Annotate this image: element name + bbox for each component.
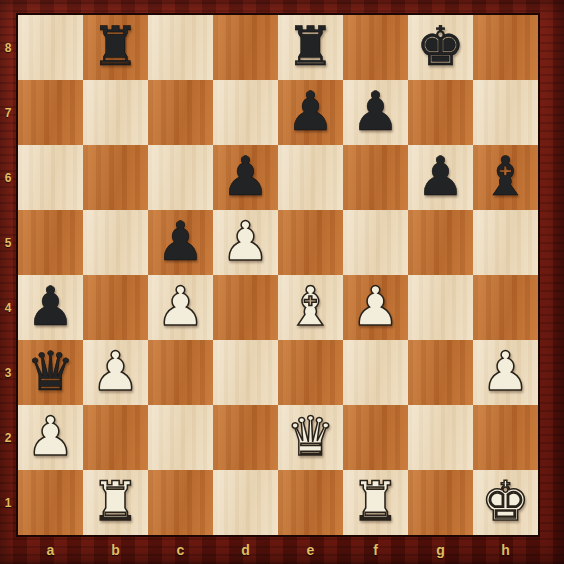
- square-h2[interactable]: [473, 405, 538, 470]
- square-d6[interactable]: ♟: [213, 145, 278, 210]
- square-g8[interactable]: ♚: [408, 15, 473, 80]
- square-c1[interactable]: [148, 470, 213, 535]
- square-e1[interactable]: [278, 470, 343, 535]
- piece-black-pawn: ♟: [278, 80, 343, 145]
- square-h5[interactable]: [473, 210, 538, 275]
- square-a3[interactable]: ♛: [18, 340, 83, 405]
- square-g1[interactable]: [408, 470, 473, 535]
- square-h1[interactable]: ♚: [473, 470, 538, 535]
- square-f3[interactable]: [343, 340, 408, 405]
- rank-label-3: 3: [0, 340, 16, 405]
- piece-white-rook: ♜: [343, 470, 408, 535]
- square-f4[interactable]: ♟: [343, 275, 408, 340]
- square-h8[interactable]: [473, 15, 538, 80]
- square-d7[interactable]: [213, 80, 278, 145]
- piece-black-queen: ♛: [18, 340, 83, 405]
- square-d1[interactable]: [213, 470, 278, 535]
- file-label-e: e: [278, 538, 343, 562]
- square-b1[interactable]: ♜: [83, 470, 148, 535]
- square-b5[interactable]: [83, 210, 148, 275]
- square-c6[interactable]: [148, 145, 213, 210]
- square-d8[interactable]: [213, 15, 278, 80]
- piece-white-pawn: ♟: [148, 275, 213, 340]
- square-g2[interactable]: [408, 405, 473, 470]
- file-label-h: h: [473, 538, 538, 562]
- piece-white-pawn: ♟: [18, 405, 83, 470]
- piece-black-pawn: ♟: [343, 80, 408, 145]
- square-e2[interactable]: ♛: [278, 405, 343, 470]
- square-b3[interactable]: ♟: [83, 340, 148, 405]
- piece-white-king: ♚: [473, 470, 538, 535]
- square-a6[interactable]: [18, 145, 83, 210]
- file-label-b: b: [83, 538, 148, 562]
- square-h3[interactable]: ♟: [473, 340, 538, 405]
- square-e8[interactable]: ♜: [278, 15, 343, 80]
- square-f5[interactable]: [343, 210, 408, 275]
- square-b4[interactable]: [83, 275, 148, 340]
- piece-white-bishop: ♝: [278, 275, 343, 340]
- square-d5[interactable]: ♟: [213, 210, 278, 275]
- square-e5[interactable]: [278, 210, 343, 275]
- square-f1[interactable]: ♜: [343, 470, 408, 535]
- rank-label-4: 4: [0, 275, 16, 340]
- square-b7[interactable]: [83, 80, 148, 145]
- square-e6[interactable]: [278, 145, 343, 210]
- rank-label-7: 7: [0, 80, 16, 145]
- chess-board: ♜♜♚♟♟♟♟♝♟♟♟♟♝♟♛♟♟♟♛♜♜♚: [16, 13, 540, 537]
- piece-black-pawn: ♟: [408, 145, 473, 210]
- square-a2[interactable]: ♟: [18, 405, 83, 470]
- square-g6[interactable]: ♟: [408, 145, 473, 210]
- square-e4[interactable]: ♝: [278, 275, 343, 340]
- file-label-g: g: [408, 538, 473, 562]
- square-c5[interactable]: ♟: [148, 210, 213, 275]
- board-frame: 87654321 abcdefgh ♜♜♚♟♟♟♟♝♟♟♟♟♝♟♛♟♟♟♛♜♜♚: [0, 0, 564, 564]
- square-c7[interactable]: [148, 80, 213, 145]
- rank-label-5: 5: [0, 210, 16, 275]
- square-g7[interactable]: [408, 80, 473, 145]
- square-a8[interactable]: [18, 15, 83, 80]
- rank-labels: 87654321: [0, 15, 16, 535]
- square-b6[interactable]: [83, 145, 148, 210]
- file-label-d: d: [213, 538, 278, 562]
- piece-black-rook: ♜: [278, 15, 343, 80]
- piece-white-rook: ♜: [83, 470, 148, 535]
- square-c8[interactable]: [148, 15, 213, 80]
- square-h6[interactable]: ♝: [473, 145, 538, 210]
- square-c3[interactable]: [148, 340, 213, 405]
- file-label-f: f: [343, 538, 408, 562]
- piece-black-pawn: ♟: [148, 210, 213, 275]
- square-d4[interactable]: [213, 275, 278, 340]
- square-c2[interactable]: [148, 405, 213, 470]
- square-a1[interactable]: [18, 470, 83, 535]
- square-c4[interactable]: ♟: [148, 275, 213, 340]
- piece-black-pawn: ♟: [213, 145, 278, 210]
- square-g3[interactable]: [408, 340, 473, 405]
- piece-white-pawn: ♟: [213, 210, 278, 275]
- square-f2[interactable]: [343, 405, 408, 470]
- rank-label-2: 2: [0, 405, 16, 470]
- square-h7[interactable]: [473, 80, 538, 145]
- square-e3[interactable]: [278, 340, 343, 405]
- square-h4[interactable]: [473, 275, 538, 340]
- square-d3[interactable]: [213, 340, 278, 405]
- piece-white-pawn: ♟: [83, 340, 148, 405]
- piece-black-rook: ♜: [83, 15, 148, 80]
- square-a4[interactable]: ♟: [18, 275, 83, 340]
- square-b2[interactable]: [83, 405, 148, 470]
- file-labels: abcdefgh: [18, 538, 538, 562]
- square-a7[interactable]: [18, 80, 83, 145]
- square-a5[interactable]: [18, 210, 83, 275]
- square-b8[interactable]: ♜: [83, 15, 148, 80]
- square-e7[interactable]: ♟: [278, 80, 343, 145]
- square-f7[interactable]: ♟: [343, 80, 408, 145]
- piece-white-pawn: ♟: [343, 275, 408, 340]
- piece-white-queen: ♛: [278, 405, 343, 470]
- piece-black-king: ♚: [408, 15, 473, 80]
- square-f6[interactable]: [343, 145, 408, 210]
- square-f8[interactable]: [343, 15, 408, 80]
- piece-black-pawn: ♟: [18, 275, 83, 340]
- square-d2[interactable]: [213, 405, 278, 470]
- rank-label-8: 8: [0, 15, 16, 80]
- square-g5[interactable]: [408, 210, 473, 275]
- rank-label-6: 6: [0, 145, 16, 210]
- file-label-a: a: [18, 538, 83, 562]
- file-label-c: c: [148, 538, 213, 562]
- square-g4[interactable]: [408, 275, 473, 340]
- piece-black-bishop: ♝: [473, 145, 538, 210]
- piece-white-pawn: ♟: [473, 340, 538, 405]
- rank-label-1: 1: [0, 470, 16, 535]
